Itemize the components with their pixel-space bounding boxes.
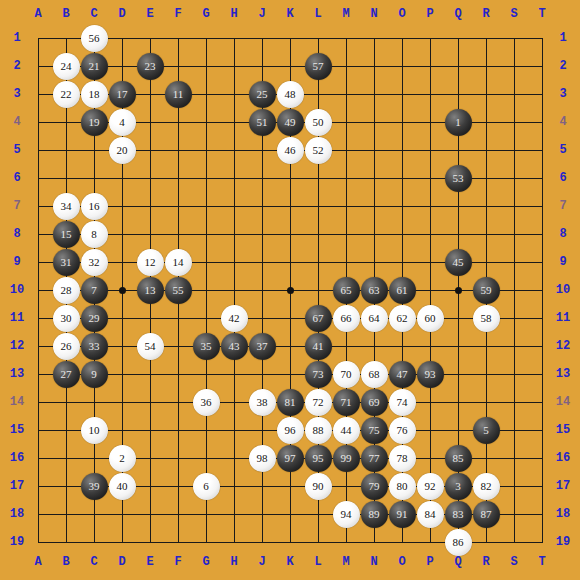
stone-black-15-B8: 15 <box>53 221 80 248</box>
coord-label-R: R <box>472 7 500 23</box>
stone-move-number: 7 <box>91 285 97 296</box>
stone-move-number: 81 <box>285 397 296 408</box>
coord-label-G: G <box>192 555 220 571</box>
stone-move-number: 64 <box>369 313 380 324</box>
stone-black-79-N17: 79 <box>361 473 388 500</box>
stone-black-47-O13: 47 <box>389 361 416 388</box>
stone-move-number: 55 <box>173 285 184 296</box>
stone-black-1-Q4: 1 <box>445 109 472 136</box>
stone-white-84-P18: 84 <box>417 501 444 528</box>
stone-white-64-N11: 64 <box>361 305 388 332</box>
stone-move-number: 47 <box>397 369 408 380</box>
coord-label-L: L <box>304 555 332 571</box>
stone-move-number: 3 <box>455 481 461 492</box>
stone-move-number: 61 <box>397 285 408 296</box>
stone-white-10-C15: 10 <box>81 417 108 444</box>
stone-move-number: 59 <box>481 285 492 296</box>
stone-white-52-L5: 52 <box>305 137 332 164</box>
stone-white-86-Q19: 86 <box>445 529 472 556</box>
stone-move-number: 83 <box>453 509 464 520</box>
stone-black-91-O18: 91 <box>389 501 416 528</box>
stone-black-51-J4: 51 <box>249 109 276 136</box>
stone-white-68-N13: 68 <box>361 361 388 388</box>
stone-white-96-K15: 96 <box>277 417 304 444</box>
stone-move-number: 35 <box>201 341 212 352</box>
stone-black-13-E10: 13 <box>137 277 164 304</box>
stone-move-number: 24 <box>61 61 72 72</box>
stone-move-number: 84 <box>425 509 436 520</box>
stone-move-number: 63 <box>369 285 380 296</box>
stone-white-88-L15: 88 <box>305 417 332 444</box>
stone-black-25-J3: 25 <box>249 81 276 108</box>
stone-move-number: 39 <box>89 481 100 492</box>
stone-move-number: 76 <box>397 425 408 436</box>
stone-white-16-C7: 16 <box>81 193 108 220</box>
stone-white-40-D17: 40 <box>109 473 136 500</box>
stone-white-2-D16: 2 <box>109 445 136 472</box>
stone-move-number: 20 <box>117 145 128 156</box>
stone-white-72-L14: 72 <box>305 389 332 416</box>
stone-move-number: 43 <box>229 341 240 352</box>
stone-move-number: 71 <box>341 397 352 408</box>
coord-label-H: H <box>220 555 248 571</box>
stone-move-number: 98 <box>257 453 268 464</box>
stone-black-19-C4: 19 <box>81 109 108 136</box>
stone-move-number: 17 <box>117 89 128 100</box>
stone-black-75-N15: 75 <box>361 417 388 444</box>
coord-label-Q: Q <box>444 7 472 23</box>
stone-white-24-B2: 24 <box>53 53 80 80</box>
stone-black-83-Q18: 83 <box>445 501 472 528</box>
stone-move-number: 5 <box>483 425 489 436</box>
stone-white-20-D5: 20 <box>109 137 136 164</box>
stone-white-42-H11: 42 <box>221 305 248 332</box>
star-point-D10 <box>119 287 126 294</box>
stone-move-number: 66 <box>341 313 352 324</box>
stone-move-number: 44 <box>341 425 352 436</box>
stone-white-48-K3: 48 <box>277 81 304 108</box>
stone-move-number: 72 <box>313 397 324 408</box>
stone-move-number: 53 <box>453 173 464 184</box>
stone-black-5-R15: 5 <box>473 417 500 444</box>
stone-move-number: 33 <box>89 341 100 352</box>
coord-label-T: T <box>528 7 556 23</box>
star-point-K10 <box>287 287 294 294</box>
stone-move-number: 77 <box>369 453 380 464</box>
stone-move-number: 15 <box>61 229 72 240</box>
stone-move-number: 11 <box>173 89 184 100</box>
stone-black-81-K14: 81 <box>277 389 304 416</box>
stone-move-number: 68 <box>369 369 380 380</box>
stone-black-89-N18: 89 <box>361 501 388 528</box>
coord-label-R: R <box>472 555 500 571</box>
stone-white-92-P17: 92 <box>417 473 444 500</box>
stone-move-number: 8 <box>91 229 97 240</box>
coord-label-A: A <box>24 555 52 571</box>
stone-white-66-M11: 66 <box>333 305 360 332</box>
stone-move-number: 91 <box>397 509 408 520</box>
star-point-Q10 <box>455 287 462 294</box>
stone-black-57-L2: 57 <box>305 53 332 80</box>
coord-label-T: T <box>528 555 556 571</box>
stone-move-number: 87 <box>481 509 492 520</box>
coord-label-S: S <box>500 7 528 23</box>
stone-white-50-L4: 50 <box>305 109 332 136</box>
stone-white-56-C1: 56 <box>81 25 108 52</box>
coord-label-B: B <box>52 555 80 571</box>
stone-move-number: 73 <box>313 369 324 380</box>
stone-move-number: 23 <box>145 61 156 72</box>
coord-label-H: H <box>220 7 248 23</box>
coord-label-M: M <box>332 7 360 23</box>
stone-black-21-C2: 21 <box>81 53 108 80</box>
column-labels-top: ABCDEFGHJKLMNOPQRST <box>24 7 556 23</box>
stone-move-number: 42 <box>229 313 240 324</box>
stone-move-number: 79 <box>369 481 380 492</box>
stone-move-number: 27 <box>61 369 72 380</box>
stone-white-70-M13: 70 <box>333 361 360 388</box>
coord-label-A: A <box>24 7 52 23</box>
stone-move-number: 54 <box>145 341 156 352</box>
stone-move-number: 69 <box>369 397 380 408</box>
stone-move-number: 78 <box>397 453 408 464</box>
stone-move-number: 29 <box>89 313 100 324</box>
stone-white-60-P11: 60 <box>417 305 444 332</box>
stone-move-number: 86 <box>453 537 464 548</box>
stone-move-number: 50 <box>313 117 324 128</box>
stone-white-98-J16: 98 <box>249 445 276 472</box>
stone-black-97-K16: 97 <box>277 445 304 472</box>
stone-white-4-D4: 4 <box>109 109 136 136</box>
stone-black-17-D3: 17 <box>109 81 136 108</box>
stone-black-93-P13: 93 <box>417 361 444 388</box>
coord-label-O: O <box>388 7 416 23</box>
stone-move-number: 2 <box>119 453 125 464</box>
stone-white-32-C9: 32 <box>81 249 108 276</box>
stone-black-65-M10: 65 <box>333 277 360 304</box>
stone-white-8-C8: 8 <box>81 221 108 248</box>
column-labels-bottom: ABCDEFGHJKLMNOPQRST <box>24 555 556 571</box>
stone-move-number: 92 <box>425 481 436 492</box>
stone-move-number: 37 <box>257 341 268 352</box>
stone-white-36-G14: 36 <box>193 389 220 416</box>
stone-white-78-O16: 78 <box>389 445 416 472</box>
stone-black-29-C11: 29 <box>81 305 108 332</box>
stone-white-90-L17: 90 <box>305 473 332 500</box>
stone-black-95-L16: 95 <box>305 445 332 472</box>
stone-move-number: 80 <box>397 481 408 492</box>
stone-move-number: 13 <box>145 285 156 296</box>
coord-label-S: S <box>500 555 528 571</box>
stone-white-58-R11: 58 <box>473 305 500 332</box>
coord-label-E: E <box>136 555 164 571</box>
stone-white-22-B3: 22 <box>53 81 80 108</box>
stone-white-46-K5: 46 <box>277 137 304 164</box>
stone-black-77-N16: 77 <box>361 445 388 472</box>
coord-label-P: P <box>416 7 444 23</box>
stone-move-number: 10 <box>89 425 100 436</box>
stone-move-number: 52 <box>313 145 324 156</box>
stone-move-number: 41 <box>313 341 324 352</box>
coord-label-C: C <box>80 555 108 571</box>
stone-move-number: 57 <box>313 61 324 72</box>
stone-white-14-F9: 14 <box>165 249 192 276</box>
coord-label-Q: Q <box>444 555 472 571</box>
stone-black-43-H12: 43 <box>221 333 248 360</box>
coord-label-F: F <box>164 7 192 23</box>
stone-black-69-N14: 69 <box>361 389 388 416</box>
stone-black-61-O10: 61 <box>389 277 416 304</box>
coord-label-D: D <box>108 555 136 571</box>
stone-move-number: 65 <box>341 285 352 296</box>
stone-white-74-O14: 74 <box>389 389 416 416</box>
coord-label-L: L <box>304 7 332 23</box>
stone-move-number: 94 <box>341 509 352 520</box>
stone-move-number: 74 <box>397 397 408 408</box>
stone-move-number: 16 <box>89 201 100 212</box>
coord-label-F: F <box>164 555 192 571</box>
stone-move-number: 6 <box>203 481 209 492</box>
stone-move-number: 45 <box>453 257 464 268</box>
stone-white-62-O11: 62 <box>389 305 416 332</box>
stone-black-73-L13: 73 <box>305 361 332 388</box>
stone-move-number: 14 <box>173 257 184 268</box>
stone-move-number: 89 <box>369 509 380 520</box>
stone-black-9-C13: 9 <box>81 361 108 388</box>
stone-black-37-J12: 37 <box>249 333 276 360</box>
stone-black-59-R10: 59 <box>473 277 500 304</box>
stone-move-number: 12 <box>145 257 156 268</box>
stone-black-55-F10: 55 <box>165 277 192 304</box>
stone-white-34-B7: 34 <box>53 193 80 220</box>
stone-move-number: 95 <box>313 453 324 464</box>
stone-white-18-C3: 18 <box>81 81 108 108</box>
stone-white-94-M18: 94 <box>333 501 360 528</box>
stone-white-26-B12: 26 <box>53 333 80 360</box>
coord-label-N: N <box>360 7 388 23</box>
stone-move-number: 85 <box>453 453 464 464</box>
go-board-diagram: ABCDEFGHJKLMNOPQRST ABCDEFGHJKLMNOPQRST … <box>0 0 580 580</box>
stone-white-30-B11: 30 <box>53 305 80 332</box>
stone-move-number: 28 <box>61 285 72 296</box>
stone-black-35-G12: 35 <box>193 333 220 360</box>
stone-move-number: 62 <box>397 313 408 324</box>
stone-black-39-C17: 39 <box>81 473 108 500</box>
stone-black-63-N10: 63 <box>361 277 388 304</box>
stone-move-number: 1 <box>455 117 461 128</box>
stone-white-44-M15: 44 <box>333 417 360 444</box>
stone-move-number: 30 <box>61 313 72 324</box>
coord-label-M: M <box>332 555 360 571</box>
stone-black-67-L11: 67 <box>305 305 332 332</box>
coord-label-E: E <box>136 7 164 23</box>
stone-white-28-B10: 28 <box>53 277 80 304</box>
stone-move-number: 82 <box>481 481 492 492</box>
stone-move-number: 21 <box>89 61 100 72</box>
stone-white-76-O15: 76 <box>389 417 416 444</box>
stone-black-87-R18: 87 <box>473 501 500 528</box>
stone-move-number: 22 <box>61 89 72 100</box>
stone-move-number: 75 <box>369 425 380 436</box>
coord-label-B: B <box>52 7 80 23</box>
stone-black-71-M14: 71 <box>333 389 360 416</box>
stone-move-number: 90 <box>313 481 324 492</box>
coord-label-J: J <box>248 7 276 23</box>
stone-move-number: 38 <box>257 397 268 408</box>
coord-label-G: G <box>192 7 220 23</box>
coord-label-O: O <box>388 555 416 571</box>
stone-black-45-Q9: 45 <box>445 249 472 276</box>
stone-move-number: 97 <box>285 453 296 464</box>
stone-move-number: 58 <box>481 313 492 324</box>
stone-move-number: 93 <box>425 369 436 380</box>
stone-move-number: 18 <box>89 89 100 100</box>
coord-label-C: C <box>80 7 108 23</box>
stone-black-23-E2: 23 <box>137 53 164 80</box>
stone-white-6-G17: 6 <box>193 473 220 500</box>
stone-move-number: 31 <box>61 257 72 268</box>
stone-move-number: 96 <box>285 425 296 436</box>
stone-white-12-E9: 12 <box>137 249 164 276</box>
coord-label-N: N <box>360 555 388 571</box>
stone-move-number: 88 <box>313 425 324 436</box>
stone-black-33-C12: 33 <box>81 333 108 360</box>
stone-move-number: 25 <box>257 89 268 100</box>
stone-move-number: 56 <box>89 33 100 44</box>
stone-move-number: 46 <box>285 145 296 156</box>
stone-move-number: 49 <box>285 117 296 128</box>
stone-white-54-E12: 54 <box>137 333 164 360</box>
stone-move-number: 70 <box>341 369 352 380</box>
stone-move-number: 48 <box>285 89 296 100</box>
stone-move-number: 51 <box>257 117 268 128</box>
stone-move-number: 19 <box>89 117 100 128</box>
stone-white-82-R17: 82 <box>473 473 500 500</box>
stone-black-99-M16: 99 <box>333 445 360 472</box>
stone-move-number: 9 <box>91 369 97 380</box>
stone-move-number: 99 <box>341 453 352 464</box>
stone-white-38-J14: 38 <box>249 389 276 416</box>
stone-move-number: 36 <box>201 397 212 408</box>
coord-label-K: K <box>276 7 304 23</box>
stone-move-number: 26 <box>61 341 72 352</box>
stone-move-number: 67 <box>313 313 324 324</box>
stone-move-number: 4 <box>119 117 125 128</box>
stone-black-3-Q17: 3 <box>445 473 472 500</box>
coord-label-P: P <box>416 555 444 571</box>
stone-move-number: 40 <box>117 481 128 492</box>
stone-move-number: 32 <box>89 257 100 268</box>
stone-black-85-Q16: 85 <box>445 445 472 472</box>
stone-black-53-Q6: 53 <box>445 165 472 192</box>
stone-black-49-K4: 49 <box>277 109 304 136</box>
stone-move-number: 60 <box>425 313 436 324</box>
coord-label-J: J <box>248 555 276 571</box>
coord-label-D: D <box>108 7 136 23</box>
stone-white-80-O17: 80 <box>389 473 416 500</box>
stone-black-41-L12: 41 <box>305 333 332 360</box>
stone-black-7-C10: 7 <box>81 277 108 304</box>
stone-black-31-B9: 31 <box>53 249 80 276</box>
stone-black-11-F3: 11 <box>165 81 192 108</box>
stone-move-number: 34 <box>61 201 72 212</box>
stone-black-27-B13: 27 <box>53 361 80 388</box>
coord-label-K: K <box>276 555 304 571</box>
